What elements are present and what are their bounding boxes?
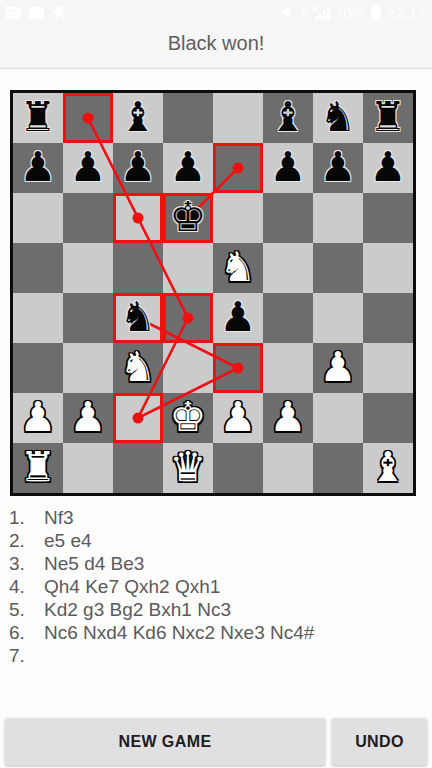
black-bishop[interactable]: ♝	[113, 93, 163, 143]
square-d3[interactable]	[163, 343, 213, 393]
square-a7[interactable]: ♟	[13, 143, 63, 193]
square-c5[interactable]	[113, 243, 163, 293]
square-d2[interactable]: ♚	[163, 393, 213, 443]
black-pawn[interactable]: ♟	[113, 143, 163, 193]
move-row: 5.Kd2 g3 Bg2 Bxh1 Nc3	[9, 598, 423, 621]
chess-board-frame: ♜♝♝♞♜♟♟♟♟♟♟♟♚♞♞♟♞♟♟♟♚♟♟♜♛♝	[10, 90, 416, 496]
roaming-signal-icon: R	[313, 5, 330, 20]
move-text	[33, 644, 44, 667]
black-pawn[interactable]: ♟	[163, 143, 213, 193]
screenshot-icon	[6, 7, 21, 19]
gallery-icon	[29, 7, 44, 19]
square-e5[interactable]: ♞	[213, 243, 263, 293]
square-a8[interactable]: ♜	[13, 93, 63, 143]
square-h6[interactable]	[363, 193, 413, 243]
move-row: 6.Nc6 Nxd4 Kd6 Nxc2 Nxe3 Nc4#	[9, 621, 423, 644]
roaming-label: R	[313, 4, 319, 13]
app-header: ⇅ R 70% 22:17 Black won!	[0, 0, 432, 69]
square-b3[interactable]	[63, 343, 113, 393]
move-text: Nf3	[33, 506, 74, 529]
square-h1[interactable]: ♝	[363, 443, 413, 493]
square-b5[interactable]	[63, 243, 113, 293]
square-e1[interactable]	[213, 443, 263, 493]
square-d7[interactable]: ♟	[163, 143, 213, 193]
square-c8[interactable]: ♝	[113, 93, 163, 143]
square-g3[interactable]: ♟	[313, 343, 363, 393]
square-b6[interactable]	[63, 193, 113, 243]
square-e6[interactable]	[213, 193, 263, 243]
new-game-button[interactable]: NEW GAME	[5, 718, 325, 765]
square-a6[interactable]	[13, 193, 63, 243]
move-number: 2.	[9, 529, 33, 552]
square-c4[interactable]: ♞	[113, 293, 163, 343]
square-d1[interactable]: ♛	[163, 443, 213, 493]
mute-icon	[282, 6, 295, 19]
move-row: 4.Qh4 Ke7 Qxh2 Qxh1	[9, 575, 423, 598]
move-text: Nc6 Nxd4 Kd6 Nxc2 Nxe3 Nc4#	[33, 621, 314, 644]
square-c2[interactable]	[113, 393, 163, 443]
square-d5[interactable]	[163, 243, 213, 293]
black-pawn[interactable]: ♟	[363, 143, 413, 193]
square-f2[interactable]: ♟	[263, 393, 313, 443]
status-bar: ⇅ R 70% 22:17	[0, 0, 432, 25]
white-knight[interactable]: ♞	[213, 243, 263, 293]
square-a3[interactable]	[13, 343, 63, 393]
black-king[interactable]: ♚	[163, 193, 213, 243]
square-e2[interactable]: ♟	[213, 393, 263, 443]
square-f4[interactable]	[263, 293, 313, 343]
white-pawn[interactable]: ♟	[13, 393, 63, 443]
square-h7[interactable]: ♟	[363, 143, 413, 193]
clock: 22:17	[387, 4, 426, 21]
black-pawn[interactable]: ♟	[313, 143, 363, 193]
button-bar: NEW GAME UNDO	[5, 718, 427, 765]
move-number: 3.	[9, 552, 33, 575]
white-pawn[interactable]: ♟	[313, 343, 363, 393]
square-b1[interactable]	[63, 443, 113, 493]
square-f8[interactable]: ♝	[263, 93, 313, 143]
white-pawn[interactable]: ♟	[213, 393, 263, 443]
undo-button[interactable]: UNDO	[332, 718, 427, 765]
square-c6[interactable]	[113, 193, 163, 243]
square-c1[interactable]	[113, 443, 163, 493]
square-e7[interactable]	[213, 143, 263, 193]
square-c3[interactable]: ♞	[113, 343, 163, 393]
square-e4[interactable]: ♟	[213, 293, 263, 343]
move-text: Ne5 d4 Be3	[33, 552, 144, 575]
black-bishop[interactable]: ♝	[263, 93, 313, 143]
white-pawn[interactable]: ♟	[63, 393, 113, 443]
square-g5[interactable]	[313, 243, 363, 293]
square-h8[interactable]: ♜	[363, 93, 413, 143]
black-knight[interactable]: ♞	[313, 93, 363, 143]
square-c7[interactable]: ♟	[113, 143, 163, 193]
black-rook[interactable]: ♜	[363, 93, 413, 143]
square-a5[interactable]	[13, 243, 63, 293]
square-h5[interactable]	[363, 243, 413, 293]
black-rook[interactable]: ♜	[13, 93, 63, 143]
square-a1[interactable]: ♜	[13, 443, 63, 493]
move-list: 1.Nf32.e5 e43.Ne5 d4 Be34.Qh4 Ke7 Qxh2 Q…	[9, 506, 423, 667]
black-pawn[interactable]: ♟	[13, 143, 63, 193]
black-pawn[interactable]: ♟	[263, 143, 313, 193]
square-g6[interactable]	[313, 193, 363, 243]
square-b7[interactable]: ♟	[63, 143, 113, 193]
move-row: 2.e5 e4	[9, 529, 423, 552]
move-number: 6.	[9, 621, 33, 644]
square-a4[interactable]	[13, 293, 63, 343]
mobile-data-icon: ⇅	[300, 7, 308, 18]
white-bishop[interactable]: ♝	[363, 443, 413, 493]
move-text: e5 e4	[33, 529, 92, 552]
square-f1[interactable]	[263, 443, 313, 493]
move-number: 7.	[9, 644, 33, 667]
black-knight[interactable]: ♞	[113, 293, 163, 343]
white-king[interactable]: ♚	[163, 393, 213, 443]
move-text: Qh4 Ke7 Qxh2 Qxh1	[33, 575, 220, 598]
square-g1[interactable]	[313, 443, 363, 493]
move-number: 1.	[9, 506, 33, 529]
move-row: 3.Ne5 d4 Be3	[9, 552, 423, 575]
square-d8[interactable]	[163, 93, 213, 143]
square-b4[interactable]	[63, 293, 113, 343]
move-row: 7.	[9, 644, 423, 667]
square-f6[interactable]	[263, 193, 313, 243]
black-pawn[interactable]: ♟	[63, 143, 113, 193]
move-row: 1.Nf3	[9, 506, 423, 529]
white-queen[interactable]: ♛	[163, 443, 213, 493]
chess-board: ♜♝♝♞♜♟♟♟♟♟♟♟♚♞♞♟♞♟♟♟♚♟♟♜♛♝	[13, 93, 413, 493]
square-g7[interactable]: ♟	[313, 143, 363, 193]
square-f7[interactable]: ♟	[263, 143, 313, 193]
app-notification-icon	[52, 6, 65, 19]
square-d4[interactable]	[163, 293, 213, 343]
square-f3[interactable]	[263, 343, 313, 393]
square-f5[interactable]	[263, 243, 313, 293]
game-result-title: Black won!	[0, 32, 432, 55]
square-h3[interactable]	[363, 343, 413, 393]
battery-icon	[371, 6, 381, 20]
square-e8[interactable]	[213, 93, 263, 143]
square-b8[interactable]	[63, 93, 113, 143]
square-a2[interactable]: ♟	[13, 393, 63, 443]
white-pawn[interactable]: ♟	[263, 393, 313, 443]
white-knight[interactable]: ♞	[113, 343, 163, 393]
square-h2[interactable]	[363, 393, 413, 443]
square-g4[interactable]	[313, 293, 363, 343]
square-b2[interactable]: ♟	[63, 393, 113, 443]
white-rook[interactable]: ♜	[13, 443, 63, 493]
square-g8[interactable]: ♞	[313, 93, 363, 143]
move-number: 5.	[9, 598, 33, 621]
black-pawn[interactable]: ♟	[213, 293, 263, 343]
square-g2[interactable]	[313, 393, 363, 443]
battery-percent: 70%	[335, 4, 366, 21]
square-e3[interactable]	[213, 343, 263, 393]
move-number: 4.	[9, 575, 33, 598]
move-text: Kd2 g3 Bg2 Bxh1 Nc3	[33, 598, 231, 621]
square-d6[interactable]: ♚	[163, 193, 213, 243]
square-h4[interactable]	[363, 293, 413, 343]
